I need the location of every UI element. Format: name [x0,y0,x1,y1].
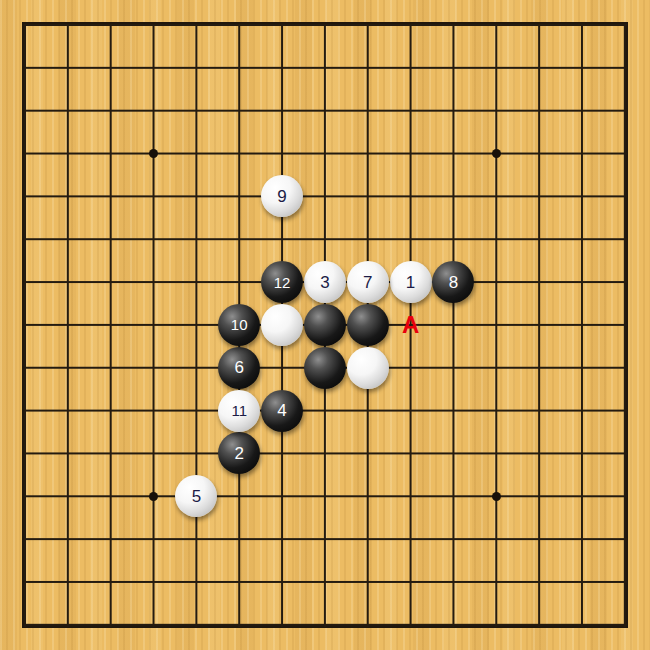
star-point [492,149,501,158]
stone-move-number: 2 [234,445,243,462]
stone-move-number: 5 [192,488,201,505]
stone-white-11[interactable]: 11 [218,390,260,432]
stone-black-8[interactable]: 8 [432,261,474,303]
stone-white-5[interactable]: 5 [175,475,217,517]
stone-black-plain[interactable] [304,347,346,389]
stone-white-3[interactable]: 3 [304,261,346,303]
stone-move-number: 8 [449,274,458,291]
star-point [149,492,158,501]
stone-black-plain[interactable] [304,304,346,346]
stone-black-2[interactable]: 2 [218,432,260,474]
stone-move-number: 1 [406,274,415,291]
stone-white-plain[interactable] [347,347,389,389]
stone-move-number: 9 [277,188,286,205]
star-point [492,492,501,501]
stone-move-number: 6 [234,359,243,376]
go-board-background: 123456789101112A [0,0,650,650]
stone-black-12[interactable]: 12 [261,261,303,303]
stone-move-number: 12 [274,275,291,290]
stone-white-7[interactable]: 7 [347,261,389,303]
stone-black-6[interactable]: 6 [218,347,260,389]
stone-black-plain[interactable] [347,304,389,346]
stone-black-4[interactable]: 4 [261,390,303,432]
marker-A[interactable]: A [402,313,419,337]
stone-move-number: 10 [231,317,248,332]
stone-black-10[interactable]: 10 [218,304,260,346]
stone-move-number: 11 [231,403,247,418]
stone-white-1[interactable]: 1 [390,261,432,303]
stone-white-plain[interactable] [261,304,303,346]
board-grid[interactable]: 123456789101112A [4,4,647,647]
stone-move-number: 3 [320,274,329,291]
stone-move-number: 4 [277,402,286,419]
stone-white-9[interactable]: 9 [261,175,303,217]
star-point [149,149,158,158]
stone-move-number: 7 [363,274,372,291]
